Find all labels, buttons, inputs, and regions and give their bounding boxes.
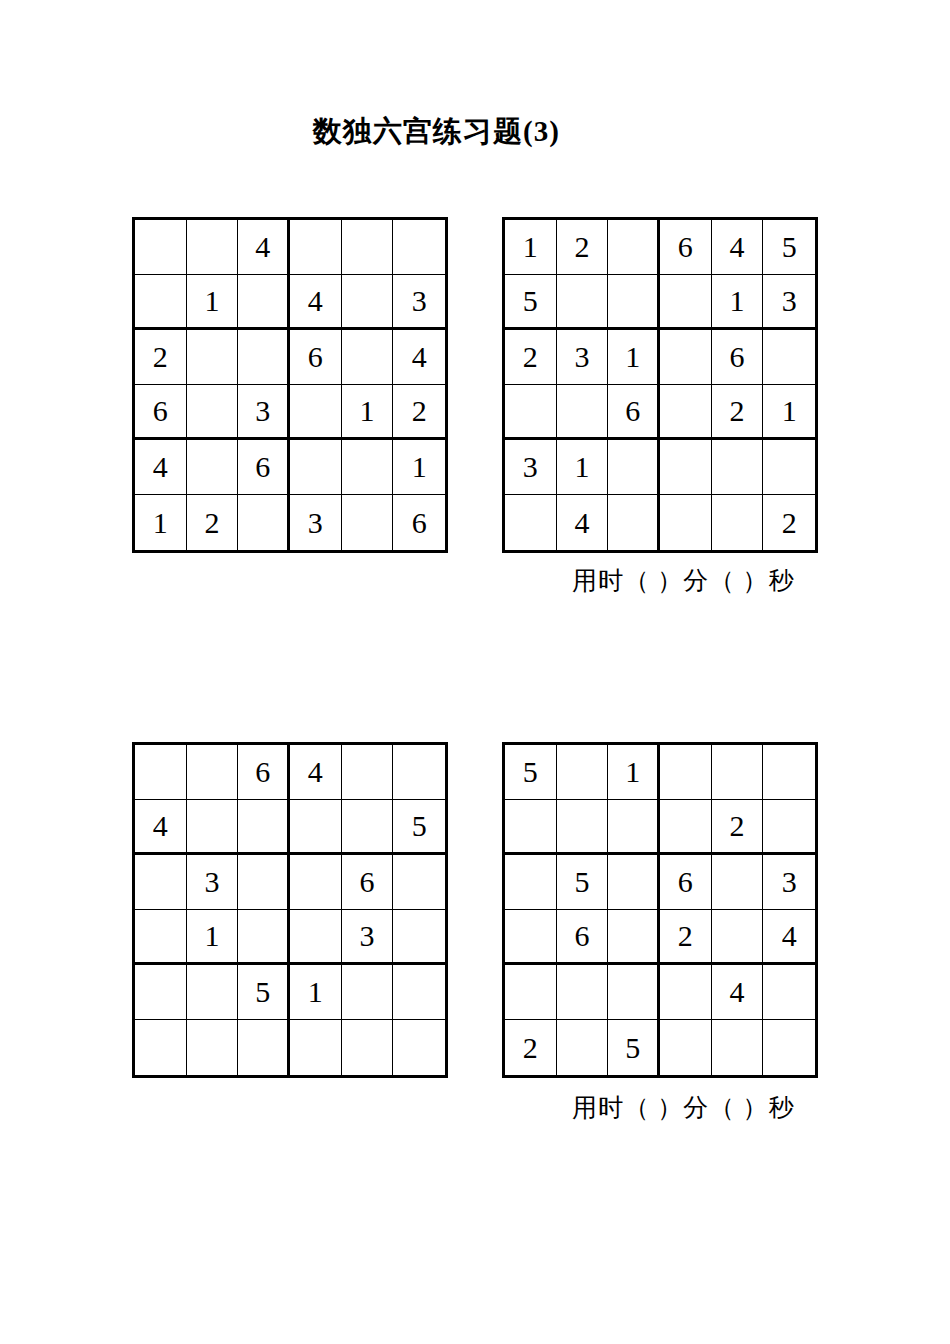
cell-r5c6-empty[interactable] bbox=[763, 965, 815, 1020]
cell-r3c1-given: 2 bbox=[135, 330, 187, 385]
cell-r2c1-empty[interactable] bbox=[505, 800, 557, 855]
cell-r1c3-given: 1 bbox=[608, 745, 660, 800]
worksheet-page: 数独六宫练习题(3) 414326463124611236 1264551323… bbox=[0, 0, 950, 1344]
cell-r4c4-empty[interactable] bbox=[290, 910, 342, 965]
cell-r4c3-given: 6 bbox=[608, 385, 660, 440]
cell-r2c2-given: 1 bbox=[187, 275, 239, 330]
cell-r5c3-empty[interactable] bbox=[608, 440, 660, 495]
page-title: 数独六宫练习题(3) bbox=[313, 112, 560, 152]
cell-r3c3-given: 1 bbox=[608, 330, 660, 385]
cell-r1c4-given: 4 bbox=[290, 745, 342, 800]
cell-r4c2-empty[interactable] bbox=[557, 385, 609, 440]
cell-r3c2-given: 3 bbox=[557, 330, 609, 385]
cell-r5c3-given: 6 bbox=[238, 440, 290, 495]
cell-r3c3-empty[interactable] bbox=[238, 330, 290, 385]
cell-r1c4-empty[interactable] bbox=[290, 220, 342, 275]
cell-r5c6-given: 1 bbox=[393, 440, 445, 495]
cell-r4c6-given: 1 bbox=[763, 385, 815, 440]
cell-r4c1-empty[interactable] bbox=[135, 910, 187, 965]
cell-r3c5-empty[interactable] bbox=[712, 855, 764, 910]
sudoku-board-top-right: 1264551323166213142 bbox=[502, 217, 818, 553]
cell-r5c2-empty[interactable] bbox=[187, 440, 239, 495]
cell-r4c4-empty[interactable] bbox=[660, 385, 712, 440]
cell-r1c2-empty[interactable] bbox=[557, 745, 609, 800]
sudoku-board-top-left: 414326463124611236 bbox=[132, 217, 448, 553]
cell-r2c5-empty[interactable] bbox=[342, 800, 394, 855]
cell-r1c2-given: 2 bbox=[557, 220, 609, 275]
cell-r3c4-given: 6 bbox=[660, 855, 712, 910]
cell-r5c3-empty[interactable] bbox=[608, 965, 660, 1020]
cell-r6c6-given: 2 bbox=[763, 495, 815, 550]
cell-r4c3-empty[interactable] bbox=[238, 910, 290, 965]
cell-r5c4-given: 1 bbox=[290, 965, 342, 1020]
cell-r1c5-empty[interactable] bbox=[342, 220, 394, 275]
cell-r3c5-given: 6 bbox=[342, 855, 394, 910]
cell-r5c5-empty[interactable] bbox=[342, 965, 394, 1020]
cell-r1c2-empty[interactable] bbox=[187, 745, 239, 800]
cell-r3c4-given: 6 bbox=[290, 330, 342, 385]
cell-r2c4-empty[interactable] bbox=[660, 275, 712, 330]
sudoku-board-bottom-left: 6445361351 bbox=[132, 742, 448, 1078]
cell-r4c1-empty[interactable] bbox=[505, 910, 557, 965]
cell-r4c1-empty[interactable] bbox=[505, 385, 557, 440]
cell-r5c4-empty[interactable] bbox=[290, 440, 342, 495]
cell-r6c3-empty[interactable] bbox=[238, 1020, 290, 1075]
cell-r2c4-given: 4 bbox=[290, 275, 342, 330]
cell-r2c6-given: 3 bbox=[763, 275, 815, 330]
cell-r2c2-empty[interactable] bbox=[557, 800, 609, 855]
cell-r2c2-empty[interactable] bbox=[187, 800, 239, 855]
cell-r2c6-given: 3 bbox=[393, 275, 445, 330]
cell-r1c3-empty[interactable] bbox=[608, 220, 660, 275]
cell-r2c5-given: 1 bbox=[712, 275, 764, 330]
cell-r2c3-empty[interactable] bbox=[238, 275, 290, 330]
cell-r5c2-given: 1 bbox=[557, 440, 609, 495]
cell-r3c6-empty[interactable] bbox=[393, 855, 445, 910]
cell-r5c1-empty[interactable] bbox=[135, 965, 187, 1020]
cell-r2c3-empty[interactable] bbox=[608, 800, 660, 855]
cell-r4c3-given: 3 bbox=[238, 385, 290, 440]
cell-r3c4-empty[interactable] bbox=[290, 855, 342, 910]
cell-r1c4-given: 6 bbox=[660, 220, 712, 275]
cell-r2c5-given: 2 bbox=[712, 800, 764, 855]
timer-label-top: 用时（ ）分（ ）秒 bbox=[572, 564, 795, 597]
cell-r2c5-empty[interactable] bbox=[342, 275, 394, 330]
cell-r5c2-empty[interactable] bbox=[187, 965, 239, 1020]
cell-r1c5-empty[interactable] bbox=[342, 745, 394, 800]
cell-r2c2-empty[interactable] bbox=[557, 275, 609, 330]
cell-r3c5-empty[interactable] bbox=[342, 330, 394, 385]
cell-r4c4-empty[interactable] bbox=[290, 385, 342, 440]
cell-r2c1-given: 4 bbox=[135, 800, 187, 855]
cell-r2c1-given: 5 bbox=[505, 275, 557, 330]
cell-r1c6-empty[interactable] bbox=[763, 745, 815, 800]
cell-r6c2-empty[interactable] bbox=[557, 1020, 609, 1075]
cell-r3c6-empty[interactable] bbox=[763, 330, 815, 385]
cell-r4c6-given: 2 bbox=[393, 385, 445, 440]
cell-r6c5-empty[interactable] bbox=[712, 495, 764, 550]
cell-r5c1-empty[interactable] bbox=[505, 965, 557, 1020]
cell-r3c5-given: 6 bbox=[712, 330, 764, 385]
cell-r1c5-empty[interactable] bbox=[712, 745, 764, 800]
cell-r6c6-empty[interactable] bbox=[763, 1020, 815, 1075]
cell-r1c1-empty[interactable] bbox=[135, 220, 187, 275]
cell-r4c2-given: 6 bbox=[557, 910, 609, 965]
cell-r3c4-empty[interactable] bbox=[660, 330, 712, 385]
cell-r6c1-empty[interactable] bbox=[505, 495, 557, 550]
cell-r3c2-given: 5 bbox=[557, 855, 609, 910]
cell-r6c4-given: 3 bbox=[290, 495, 342, 550]
cell-r1c1-given: 5 bbox=[505, 745, 557, 800]
cell-r4c6-given: 4 bbox=[763, 910, 815, 965]
cell-r3c1-empty[interactable] bbox=[505, 855, 557, 910]
cell-r2c4-empty[interactable] bbox=[660, 800, 712, 855]
cell-r5c5-empty[interactable] bbox=[342, 440, 394, 495]
cell-r6c5-empty[interactable] bbox=[342, 1020, 394, 1075]
cell-r1c4-empty[interactable] bbox=[660, 745, 712, 800]
cell-r1c1-empty[interactable] bbox=[135, 745, 187, 800]
cell-r3c2-empty[interactable] bbox=[187, 330, 239, 385]
cell-r3c2-given: 3 bbox=[187, 855, 239, 910]
cell-r1c6-empty[interactable] bbox=[393, 220, 445, 275]
cell-r6c4-empty[interactable] bbox=[660, 1020, 712, 1075]
cell-r3c6-given: 4 bbox=[393, 330, 445, 385]
cell-r5c4-empty[interactable] bbox=[660, 440, 712, 495]
cell-r5c1-given: 3 bbox=[505, 440, 557, 495]
timer-label-bottom: 用时（ ）分（ ）秒 bbox=[572, 1091, 795, 1124]
cell-r6c1-empty[interactable] bbox=[135, 1020, 187, 1075]
cell-r5c6-empty[interactable] bbox=[763, 440, 815, 495]
cell-r5c5-empty[interactable] bbox=[712, 440, 764, 495]
cell-r4c2-given: 1 bbox=[187, 910, 239, 965]
cell-r6c4-empty[interactable] bbox=[660, 495, 712, 550]
cell-r5c6-empty[interactable] bbox=[393, 965, 445, 1020]
cell-r4c5-given: 1 bbox=[342, 385, 394, 440]
cell-r6c2-given: 2 bbox=[187, 495, 239, 550]
cell-r4c4-given: 2 bbox=[660, 910, 712, 965]
cell-r6c6-given: 6 bbox=[393, 495, 445, 550]
cell-r5c1-given: 4 bbox=[135, 440, 187, 495]
cell-r4c5-empty[interactable] bbox=[712, 910, 764, 965]
cell-r6c3-empty[interactable] bbox=[238, 495, 290, 550]
cell-r6c1-given: 2 bbox=[505, 1020, 557, 1075]
cell-r5c4-empty[interactable] bbox=[660, 965, 712, 1020]
cell-r1c5-given: 4 bbox=[712, 220, 764, 275]
cell-r2c3-empty[interactable] bbox=[238, 800, 290, 855]
cell-r4c1-given: 6 bbox=[135, 385, 187, 440]
cell-r6c5-empty[interactable] bbox=[342, 495, 394, 550]
cell-r2c3-empty[interactable] bbox=[608, 275, 660, 330]
cell-r1c6-empty[interactable] bbox=[393, 745, 445, 800]
sudoku-board-bottom-right: 512563624425 bbox=[502, 742, 818, 1078]
cell-r4c5-given: 2 bbox=[712, 385, 764, 440]
cell-r3c3-empty[interactable] bbox=[238, 855, 290, 910]
cell-r3c3-empty[interactable] bbox=[608, 855, 660, 910]
cell-r1c3-given: 4 bbox=[238, 220, 290, 275]
cell-r2c6-empty[interactable] bbox=[763, 800, 815, 855]
cell-r6c2-given: 4 bbox=[557, 495, 609, 550]
cell-r4c5-given: 3 bbox=[342, 910, 394, 965]
cell-r5c2-empty[interactable] bbox=[557, 965, 609, 1020]
cell-r6c4-empty[interactable] bbox=[290, 1020, 342, 1075]
cell-r5c3-given: 5 bbox=[238, 965, 290, 1020]
cell-r6c3-empty[interactable] bbox=[608, 495, 660, 550]
cell-r5c5-given: 4 bbox=[712, 965, 764, 1020]
cell-r2c4-empty[interactable] bbox=[290, 800, 342, 855]
cell-r1c2-empty[interactable] bbox=[187, 220, 239, 275]
cell-r2c1-empty[interactable] bbox=[135, 275, 187, 330]
cell-r4c3-empty[interactable] bbox=[608, 910, 660, 965]
cell-r1c6-given: 5 bbox=[763, 220, 815, 275]
cell-r2c6-given: 5 bbox=[393, 800, 445, 855]
cell-r6c2-empty[interactable] bbox=[187, 1020, 239, 1075]
cell-r4c6-empty[interactable] bbox=[393, 910, 445, 965]
cell-r3c6-given: 3 bbox=[763, 855, 815, 910]
cell-r6c5-empty[interactable] bbox=[712, 1020, 764, 1075]
cell-r3c1-empty[interactable] bbox=[135, 855, 187, 910]
cell-r4c2-empty[interactable] bbox=[187, 385, 239, 440]
cell-r6c3-given: 5 bbox=[608, 1020, 660, 1075]
cell-r6c6-empty[interactable] bbox=[393, 1020, 445, 1075]
cell-r3c1-given: 2 bbox=[505, 330, 557, 385]
cell-r6c1-given: 1 bbox=[135, 495, 187, 550]
cell-r1c1-given: 1 bbox=[505, 220, 557, 275]
cell-r1c3-given: 6 bbox=[238, 745, 290, 800]
